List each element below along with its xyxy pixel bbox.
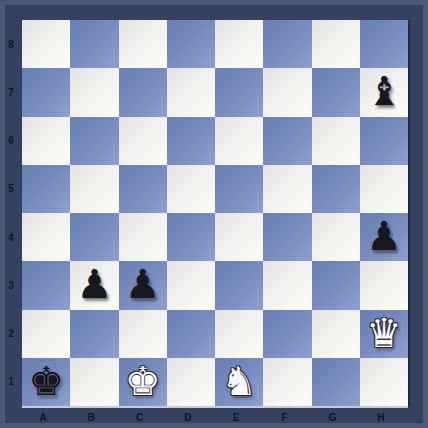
square-b1[interactable] — [70, 358, 118, 406]
square-d6[interactable] — [167, 117, 215, 165]
piece-white-king[interactable]: ♚ — [125, 361, 161, 401]
square-h3[interactable] — [360, 261, 408, 309]
square-d1[interactable] — [167, 358, 215, 406]
square-a6[interactable] — [22, 117, 70, 165]
square-h5[interactable] — [360, 165, 408, 213]
square-f7[interactable] — [263, 68, 311, 116]
square-b8[interactable] — [70, 20, 118, 68]
rank-label: 8 — [0, 20, 22, 68]
square-a4[interactable] — [22, 213, 70, 261]
square-h7[interactable]: ♝ — [360, 68, 408, 116]
square-a5[interactable] — [22, 165, 70, 213]
file-label: B — [67, 406, 115, 428]
square-d3[interactable] — [167, 261, 215, 309]
square-b4[interactable] — [70, 213, 118, 261]
square-c8[interactable] — [119, 20, 167, 68]
rank-labels: 87654321 — [0, 20, 22, 406]
square-c4[interactable] — [119, 213, 167, 261]
square-b6[interactable] — [70, 117, 118, 165]
square-f2[interactable] — [263, 310, 311, 358]
rank-label: 7 — [0, 68, 22, 116]
square-d4[interactable] — [167, 213, 215, 261]
square-f6[interactable] — [263, 117, 311, 165]
chess-board-frame: 87654321 ♝♟♟♟♛♚♚♞ ABCDEFGH — [0, 0, 428, 428]
square-c3[interactable]: ♟ — [119, 261, 167, 309]
square-e6[interactable] — [215, 117, 263, 165]
square-e4[interactable] — [215, 213, 263, 261]
square-b5[interactable] — [70, 165, 118, 213]
file-label: D — [164, 406, 212, 428]
square-c2[interactable] — [119, 310, 167, 358]
chess-board: ♝♟♟♟♛♚♚♞ — [22, 20, 408, 406]
rank-label: 2 — [0, 310, 22, 358]
square-a3[interactable] — [22, 261, 70, 309]
square-g3[interactable] — [312, 261, 360, 309]
square-f8[interactable] — [263, 20, 311, 68]
square-b7[interactable] — [70, 68, 118, 116]
square-a1[interactable]: ♚ — [22, 358, 70, 406]
square-h4[interactable]: ♟ — [360, 213, 408, 261]
square-e5[interactable] — [215, 165, 263, 213]
piece-white-queen[interactable]: ♛ — [366, 313, 402, 353]
rank-label: 3 — [0, 261, 22, 309]
square-g6[interactable] — [312, 117, 360, 165]
square-d8[interactable] — [167, 20, 215, 68]
file-label: C — [116, 406, 164, 428]
square-g5[interactable] — [312, 165, 360, 213]
piece-black-pawn[interactable]: ♟ — [125, 264, 161, 304]
square-a8[interactable] — [22, 20, 70, 68]
file-label: F — [260, 406, 308, 428]
rank-label: 4 — [0, 213, 22, 261]
piece-black-bishop[interactable]: ♝ — [366, 71, 402, 111]
piece-black-pawn[interactable]: ♟ — [76, 264, 112, 304]
square-e3[interactable] — [215, 261, 263, 309]
file-label: G — [309, 406, 357, 428]
square-b2[interactable] — [70, 310, 118, 358]
square-h2[interactable]: ♛ — [360, 310, 408, 358]
square-b3[interactable]: ♟ — [70, 261, 118, 309]
square-h1[interactable] — [360, 358, 408, 406]
square-c6[interactable] — [119, 117, 167, 165]
square-h8[interactable] — [360, 20, 408, 68]
piece-white-knight[interactable]: ♞ — [221, 361, 257, 401]
square-g1[interactable] — [312, 358, 360, 406]
piece-black-king[interactable]: ♚ — [28, 361, 64, 401]
square-d2[interactable] — [167, 310, 215, 358]
square-f1[interactable] — [263, 358, 311, 406]
file-label: A — [19, 406, 67, 428]
file-label: E — [212, 406, 260, 428]
square-c1[interactable]: ♚ — [119, 358, 167, 406]
square-f3[interactable] — [263, 261, 311, 309]
rank-label: 1 — [0, 358, 22, 406]
square-a2[interactable] — [22, 310, 70, 358]
square-e7[interactable] — [215, 68, 263, 116]
square-f5[interactable] — [263, 165, 311, 213]
square-g8[interactable] — [312, 20, 360, 68]
square-g7[interactable] — [312, 68, 360, 116]
square-h6[interactable] — [360, 117, 408, 165]
square-a7[interactable] — [22, 68, 70, 116]
square-g4[interactable] — [312, 213, 360, 261]
rank-label: 5 — [0, 165, 22, 213]
square-g2[interactable] — [312, 310, 360, 358]
square-e2[interactable] — [215, 310, 263, 358]
square-d7[interactable] — [167, 68, 215, 116]
file-labels: ABCDEFGH — [22, 406, 408, 428]
piece-black-pawn[interactable]: ♟ — [366, 216, 402, 256]
square-e8[interactable] — [215, 20, 263, 68]
square-c7[interactable] — [119, 68, 167, 116]
square-c5[interactable] — [119, 165, 167, 213]
square-e1[interactable]: ♞ — [215, 358, 263, 406]
square-f4[interactable] — [263, 213, 311, 261]
rank-label: 6 — [0, 117, 22, 165]
square-d5[interactable] — [167, 165, 215, 213]
file-label: H — [357, 406, 405, 428]
